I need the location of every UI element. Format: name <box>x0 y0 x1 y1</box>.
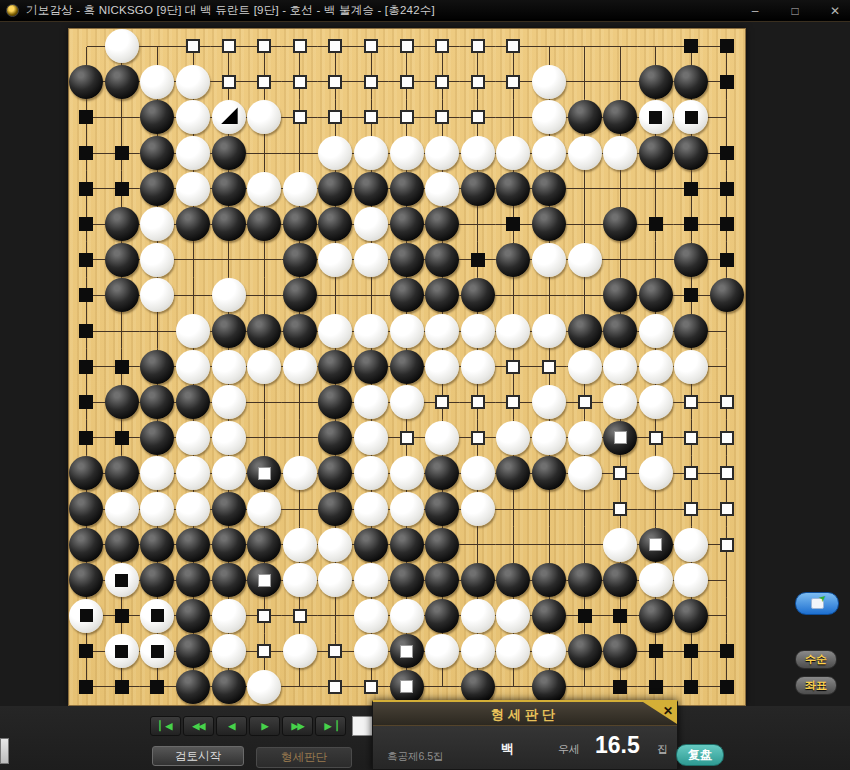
board-cell[interactable] <box>69 527 105 563</box>
board-cell[interactable] <box>175 278 211 314</box>
board-cell[interactable] <box>709 491 745 527</box>
board-cell[interactable] <box>175 349 211 385</box>
board-cell[interactable] <box>211 171 247 207</box>
board-cell[interactable] <box>318 562 354 598</box>
board-cell[interactable] <box>282 562 318 598</box>
board-cell[interactable] <box>567 456 603 492</box>
board-cell[interactable] <box>140 64 176 100</box>
nav-last-button[interactable]: ▶▕ <box>315 716 346 736</box>
board-cell[interactable] <box>389 562 425 598</box>
board-cell[interactable] <box>246 349 282 385</box>
board-cell[interactable] <box>140 206 176 242</box>
board-cell[interactable] <box>424 491 460 527</box>
board-cell[interactable] <box>175 384 211 420</box>
board-cell[interactable] <box>140 491 176 527</box>
board-cell[interactable] <box>140 349 176 385</box>
board-cell[interactable] <box>496 135 532 171</box>
board-cell[interactable] <box>211 206 247 242</box>
board-cell[interactable] <box>140 634 176 670</box>
board-cell[interactable] <box>282 278 318 314</box>
board-cell[interactable] <box>638 29 674 65</box>
board-cell[interactable] <box>246 278 282 314</box>
board-cell[interactable] <box>246 313 282 349</box>
board-cell[interactable] <box>318 29 354 65</box>
board-cell[interactable] <box>424 29 460 65</box>
board-cell[interactable] <box>389 634 425 670</box>
board-cell[interactable] <box>674 669 710 705</box>
board-cell[interactable] <box>496 313 532 349</box>
board-cell[interactable] <box>389 349 425 385</box>
board-cell[interactable] <box>282 100 318 136</box>
board-cell[interactable] <box>638 171 674 207</box>
board-cell[interactable] <box>282 64 318 100</box>
board-cell[interactable] <box>460 562 496 598</box>
board-cell[interactable] <box>460 135 496 171</box>
board-cell[interactable] <box>318 64 354 100</box>
board-cell[interactable] <box>531 278 567 314</box>
board-cell[interactable] <box>211 242 247 278</box>
board-cell[interactable] <box>211 384 247 420</box>
board-cell[interactable] <box>104 634 140 670</box>
board-cell[interactable] <box>674 64 710 100</box>
board-cell[interactable] <box>460 598 496 634</box>
board-cell[interactable] <box>567 29 603 65</box>
board-cell[interactable] <box>424 278 460 314</box>
board-cell[interactable] <box>175 313 211 349</box>
board-cell[interactable] <box>211 420 247 456</box>
board-cell[interactable] <box>638 527 674 563</box>
board-cell[interactable] <box>709 64 745 100</box>
board-cell[interactable] <box>389 100 425 136</box>
board-cell[interactable] <box>353 313 389 349</box>
board-cell[interactable] <box>353 491 389 527</box>
board-cell[interactable] <box>602 527 638 563</box>
board-cell[interactable] <box>496 384 532 420</box>
board-cell[interactable] <box>69 100 105 136</box>
board-cell[interactable] <box>211 349 247 385</box>
board-cell[interactable] <box>460 384 496 420</box>
board-cell[interactable] <box>424 527 460 563</box>
board-cell[interactable] <box>602 135 638 171</box>
board-cell[interactable] <box>69 349 105 385</box>
board-cell[interactable] <box>674 349 710 385</box>
board-cell[interactable] <box>69 135 105 171</box>
board-cell[interactable] <box>69 598 105 634</box>
board-cell[interactable] <box>567 598 603 634</box>
board-cell[interactable] <box>674 29 710 65</box>
board-cell[interactable] <box>246 242 282 278</box>
board-cell[interactable] <box>460 456 496 492</box>
minimize-button[interactable]: – <box>748 4 762 18</box>
board-cell[interactable] <box>531 349 567 385</box>
board-cell[interactable] <box>602 456 638 492</box>
board-cell[interactable] <box>353 349 389 385</box>
board-cell[interactable] <box>140 384 176 420</box>
board-cell[interactable] <box>69 64 105 100</box>
board-cell[interactable] <box>638 456 674 492</box>
board-cell[interactable] <box>674 278 710 314</box>
board-cell[interactable] <box>496 278 532 314</box>
board-cell[interactable] <box>175 634 211 670</box>
board-cell[interactable] <box>531 100 567 136</box>
board-cell[interactable] <box>282 313 318 349</box>
board-cell[interactable] <box>389 598 425 634</box>
board-cell[interactable] <box>104 242 140 278</box>
board-cell[interactable] <box>460 100 496 136</box>
board-cell[interactable] <box>140 135 176 171</box>
board-cell[interactable] <box>531 456 567 492</box>
board-cell[interactable] <box>424 64 460 100</box>
board-cell[interactable] <box>638 206 674 242</box>
board-cell[interactable] <box>460 634 496 670</box>
board-cell[interactable] <box>424 242 460 278</box>
board-cell[interactable] <box>674 420 710 456</box>
board-cell[interactable] <box>282 634 318 670</box>
board-cell[interactable] <box>211 135 247 171</box>
board-cell[interactable] <box>104 29 140 65</box>
board-cell[interactable] <box>389 242 425 278</box>
board-cell[interactable] <box>140 562 176 598</box>
board-cell[interactable] <box>602 100 638 136</box>
board-cell[interactable] <box>104 669 140 705</box>
board-cell[interactable] <box>318 242 354 278</box>
board-cell[interactable] <box>318 456 354 492</box>
board-cell[interactable] <box>104 206 140 242</box>
board-cell[interactable] <box>353 171 389 207</box>
board-cell[interactable] <box>389 135 425 171</box>
board-cell[interactable] <box>602 562 638 598</box>
board-cell[interactable] <box>709 242 745 278</box>
board-cell[interactable] <box>602 420 638 456</box>
board-cell[interactable] <box>460 242 496 278</box>
board-cell[interactable] <box>567 349 603 385</box>
board-cell[interactable] <box>638 491 674 527</box>
board-cell[interactable] <box>496 171 532 207</box>
board-cell[interactable] <box>104 135 140 171</box>
board-cell[interactable] <box>709 598 745 634</box>
board-cell[interactable] <box>709 29 745 65</box>
board-cell[interactable] <box>674 171 710 207</box>
nav-back-button[interactable]: ◀ <box>216 716 247 736</box>
board-cell[interactable] <box>246 384 282 420</box>
board-cell[interactable] <box>353 634 389 670</box>
board-cell[interactable] <box>175 491 211 527</box>
board-cell[interactable] <box>318 634 354 670</box>
board-cell[interactable] <box>318 349 354 385</box>
board-cell[interactable] <box>389 491 425 527</box>
board-cell[interactable] <box>353 562 389 598</box>
board-cell[interactable] <box>353 206 389 242</box>
board-cell[interactable] <box>709 135 745 171</box>
board-cell[interactable] <box>496 527 532 563</box>
board-cell[interactable] <box>175 64 211 100</box>
board-cell[interactable] <box>69 669 105 705</box>
board-cell[interactable] <box>424 598 460 634</box>
board-cell[interactable] <box>211 29 247 65</box>
board-cell[interactable] <box>282 206 318 242</box>
board-cell[interactable] <box>531 491 567 527</box>
board-cell[interactable] <box>674 135 710 171</box>
board-cell[interactable] <box>424 562 460 598</box>
board-cell[interactable] <box>674 242 710 278</box>
board-cell[interactable] <box>246 598 282 634</box>
board-cell[interactable] <box>175 171 211 207</box>
board-cell[interactable] <box>282 135 318 171</box>
board-cell[interactable] <box>496 64 532 100</box>
board-cell[interactable] <box>424 171 460 207</box>
board-cell[interactable] <box>69 420 105 456</box>
board-cell[interactable] <box>709 527 745 563</box>
board-cell[interactable] <box>567 135 603 171</box>
board-cell[interactable] <box>104 420 140 456</box>
board-cell[interactable] <box>638 100 674 136</box>
board-cell[interactable] <box>282 669 318 705</box>
board-cell[interactable] <box>496 420 532 456</box>
board-cell[interactable] <box>567 278 603 314</box>
board-cell[interactable] <box>175 562 211 598</box>
board-cell[interactable] <box>567 384 603 420</box>
board-cell[interactable] <box>709 349 745 385</box>
board-cell[interactable] <box>140 278 176 314</box>
board-cell[interactable] <box>496 562 532 598</box>
board-cell[interactable] <box>567 242 603 278</box>
board-cell[interactable] <box>638 242 674 278</box>
board-cell[interactable] <box>709 206 745 242</box>
board-cell[interactable] <box>709 420 745 456</box>
board-cell[interactable] <box>69 562 105 598</box>
board-cell[interactable] <box>389 278 425 314</box>
board-cell[interactable] <box>531 135 567 171</box>
board-cell[interactable] <box>709 634 745 670</box>
board-cell[interactable] <box>602 313 638 349</box>
board-cell[interactable] <box>709 384 745 420</box>
board-cell[interactable] <box>602 384 638 420</box>
board-cell[interactable] <box>246 562 282 598</box>
maximize-button[interactable]: □ <box>788 4 802 18</box>
board-cell[interactable] <box>496 206 532 242</box>
board-cell[interactable] <box>140 527 176 563</box>
board-cell[interactable] <box>318 100 354 136</box>
board-cell[interactable] <box>211 313 247 349</box>
board-cell[interactable] <box>638 278 674 314</box>
board-cell[interactable] <box>246 634 282 670</box>
board-cell[interactable] <box>282 420 318 456</box>
board-cell[interactable] <box>318 278 354 314</box>
board-cell[interactable] <box>175 29 211 65</box>
board-cell[interactable] <box>567 313 603 349</box>
board-cell[interactable] <box>460 29 496 65</box>
board-cell[interactable] <box>69 278 105 314</box>
board-cell[interactable] <box>104 100 140 136</box>
board-cell[interactable] <box>638 420 674 456</box>
board-cell[interactable] <box>460 349 496 385</box>
board-cell[interactable] <box>567 634 603 670</box>
board-cell[interactable] <box>282 242 318 278</box>
board-cell[interactable] <box>496 491 532 527</box>
board-cell[interactable] <box>246 420 282 456</box>
board-cell[interactable] <box>638 64 674 100</box>
board-cell[interactable] <box>424 349 460 385</box>
board-cell[interactable] <box>211 527 247 563</box>
board-cell[interactable] <box>424 313 460 349</box>
board-cell[interactable] <box>104 598 140 634</box>
board-cell[interactable] <box>389 456 425 492</box>
board-cell[interactable] <box>246 527 282 563</box>
board-cell[interactable] <box>246 29 282 65</box>
board-cell[interactable] <box>389 206 425 242</box>
board-cell[interactable] <box>282 456 318 492</box>
board-cell[interactable] <box>531 242 567 278</box>
board-cell[interactable] <box>353 598 389 634</box>
board-cell[interactable] <box>567 527 603 563</box>
board-cell[interactable] <box>424 456 460 492</box>
board-cell[interactable] <box>709 313 745 349</box>
board-cell[interactable] <box>282 349 318 385</box>
board-cell[interactable] <box>69 171 105 207</box>
board-cell[interactable] <box>175 527 211 563</box>
board-cell[interactable] <box>531 64 567 100</box>
board-cell[interactable] <box>318 384 354 420</box>
board-cell[interactable] <box>674 634 710 670</box>
board-cell[interactable] <box>318 206 354 242</box>
board-cell[interactable] <box>460 206 496 242</box>
board-cell[interactable] <box>211 562 247 598</box>
board-cell[interactable] <box>318 171 354 207</box>
board-cell[interactable] <box>674 598 710 634</box>
board-cell[interactable] <box>638 313 674 349</box>
board-cell[interactable] <box>424 100 460 136</box>
board-cell[interactable] <box>567 562 603 598</box>
nav-fast-back-button[interactable]: ◀◀ <box>183 716 214 736</box>
board-cell[interactable] <box>602 598 638 634</box>
review-start-button[interactable]: 검토시작 <box>152 746 244 766</box>
board-cell[interactable] <box>211 278 247 314</box>
board-cell[interactable] <box>246 64 282 100</box>
board-cell[interactable] <box>353 420 389 456</box>
board-cell[interactable] <box>531 313 567 349</box>
board-cell[interactable] <box>318 135 354 171</box>
board-cell[interactable] <box>424 634 460 670</box>
board-cell[interactable] <box>638 349 674 385</box>
board-cell[interactable] <box>638 384 674 420</box>
board-cell[interactable] <box>531 527 567 563</box>
board-cell[interactable] <box>531 420 567 456</box>
board-cell[interactable] <box>389 527 425 563</box>
popup-close-icon[interactable]: ✕ <box>663 704 673 718</box>
board-cell[interactable] <box>211 64 247 100</box>
board-cell[interactable] <box>318 527 354 563</box>
board-cell[interactable] <box>211 634 247 670</box>
board-cell[interactable] <box>140 313 176 349</box>
board-cell[interactable] <box>602 634 638 670</box>
board-cell[interactable] <box>460 527 496 563</box>
board-cell[interactable] <box>211 491 247 527</box>
board-cell[interactable] <box>175 242 211 278</box>
board-cell[interactable] <box>246 491 282 527</box>
close-button[interactable]: ✕ <box>828 4 842 18</box>
board-cell[interactable] <box>104 171 140 207</box>
board-cell[interactable] <box>140 29 176 65</box>
board-cell[interactable] <box>638 598 674 634</box>
board-cell[interactable] <box>709 278 745 314</box>
board-cell[interactable] <box>175 206 211 242</box>
board-cell[interactable] <box>389 420 425 456</box>
board-cell[interactable] <box>175 100 211 136</box>
board-cell[interactable] <box>602 64 638 100</box>
board-cell[interactable] <box>353 527 389 563</box>
board-cell[interactable] <box>104 384 140 420</box>
board-cell[interactable] <box>567 420 603 456</box>
board-cell[interactable] <box>104 278 140 314</box>
show-coordinates-button[interactable]: 좌표 <box>795 676 837 695</box>
show-moves-button[interactable]: 수순 <box>795 650 837 669</box>
board-cell[interactable] <box>638 562 674 598</box>
board-cell[interactable] <box>140 100 176 136</box>
board-cell[interactable] <box>175 135 211 171</box>
board-cell[interactable] <box>318 491 354 527</box>
board-cell[interactable] <box>282 527 318 563</box>
board-cell[interactable] <box>424 420 460 456</box>
board-cell[interactable] <box>674 562 710 598</box>
board-cell[interactable] <box>674 491 710 527</box>
replay-button[interactable]: 复盘 <box>676 744 724 766</box>
board-cell[interactable] <box>389 313 425 349</box>
board-cell[interactable] <box>460 64 496 100</box>
board-cell[interactable] <box>709 100 745 136</box>
board-cell[interactable] <box>140 456 176 492</box>
board-cell[interactable] <box>567 206 603 242</box>
board-cell[interactable] <box>674 527 710 563</box>
board-cell[interactable] <box>353 384 389 420</box>
board-cell[interactable] <box>674 456 710 492</box>
board-cell[interactable] <box>211 669 247 705</box>
board-cell[interactable] <box>602 491 638 527</box>
board-cell[interactable] <box>674 313 710 349</box>
board-cell[interactable] <box>674 384 710 420</box>
board-cell[interactable] <box>353 278 389 314</box>
board-cell[interactable] <box>674 206 710 242</box>
board-cell[interactable] <box>460 278 496 314</box>
board-cell[interactable] <box>104 491 140 527</box>
board-cell[interactable] <box>175 420 211 456</box>
board-cell[interactable] <box>282 29 318 65</box>
board-cell[interactable] <box>246 135 282 171</box>
board-cell[interactable] <box>353 135 389 171</box>
board-cell[interactable] <box>282 598 318 634</box>
board-cell[interactable] <box>175 456 211 492</box>
board-cell[interactable] <box>211 456 247 492</box>
board-cell[interactable] <box>246 206 282 242</box>
board-cell[interactable] <box>104 313 140 349</box>
board-cell[interactable] <box>69 242 105 278</box>
board-cell[interactable] <box>69 29 105 65</box>
board-cell[interactable] <box>104 562 140 598</box>
board-cell[interactable] <box>246 100 282 136</box>
board-cell[interactable] <box>175 598 211 634</box>
board-cell[interactable] <box>496 598 532 634</box>
board-cell[interactable] <box>709 171 745 207</box>
board-cell[interactable] <box>460 420 496 456</box>
board-cell[interactable] <box>496 100 532 136</box>
board-cell[interactable] <box>496 349 532 385</box>
board-cell[interactable] <box>567 491 603 527</box>
board-cell[interactable] <box>531 29 567 65</box>
board-cell[interactable] <box>175 669 211 705</box>
board-cell[interactable] <box>424 384 460 420</box>
board-cell[interactable] <box>69 206 105 242</box>
board-cell[interactable] <box>638 634 674 670</box>
board-cell[interactable] <box>69 491 105 527</box>
